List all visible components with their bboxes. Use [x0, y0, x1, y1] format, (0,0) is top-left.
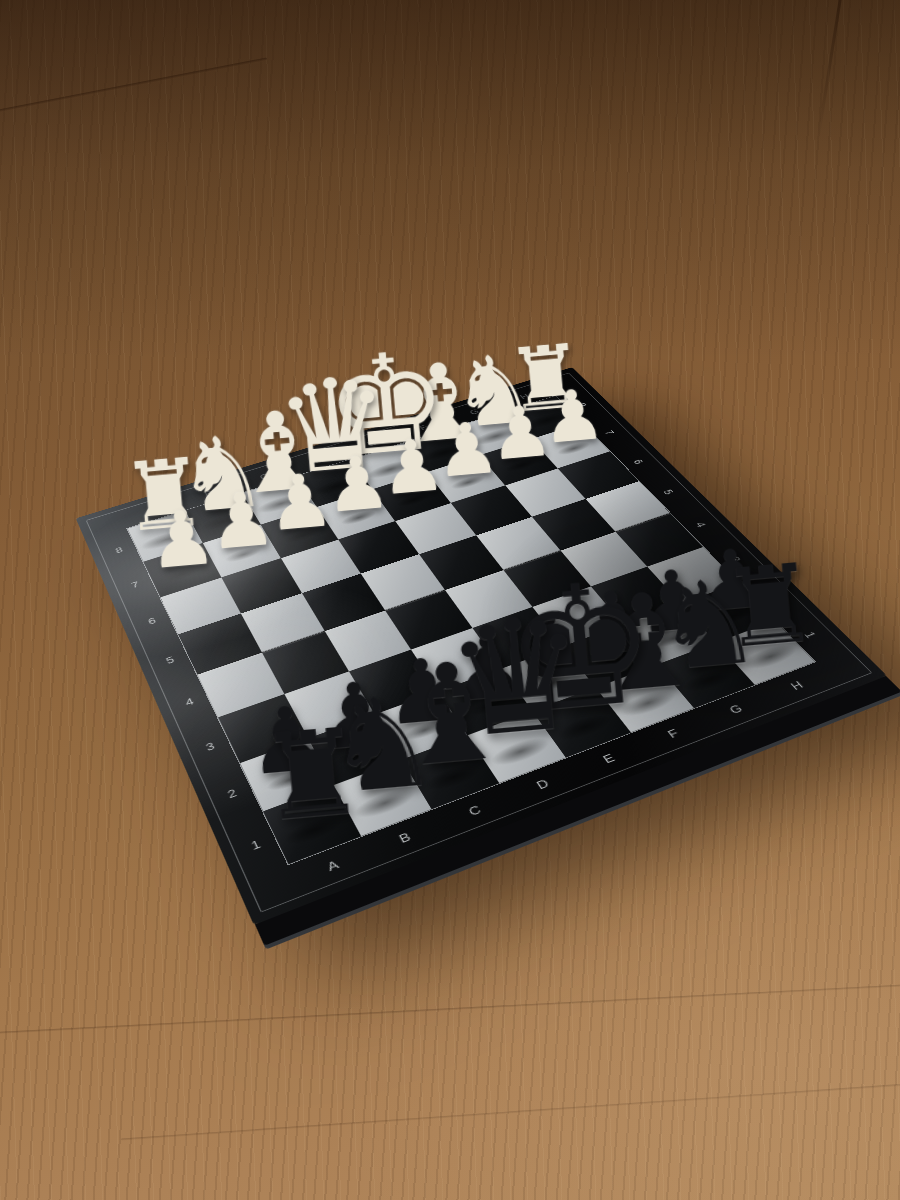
- board-perspective-wrapper: ABCDEFGH ABCDEFGH 87654321 87654321 ♜♞♝♛…: [115, 260, 776, 921]
- black-rook-glyph: ♜: [201, 708, 424, 845]
- square-a7: ♟: [143, 543, 221, 597]
- file-label-a: A: [289, 837, 377, 894]
- white-pawn-glyph: ♟: [92, 494, 273, 585]
- rank-label-5: 5: [144, 635, 197, 687]
- square-a1: ♜: [263, 785, 360, 864]
- board-squares: ♜♞♝♛♚♝♞♜♟♟♟♟♟♟♟♟♟♟♟♟♟♟♟♟♜♞♝♛♚♝♞♜: [127, 396, 814, 864]
- product-photo-scene: ABCDEFGH ABCDEFGH 87654321 87654321 ♜♞♝♛…: [0, 0, 900, 1200]
